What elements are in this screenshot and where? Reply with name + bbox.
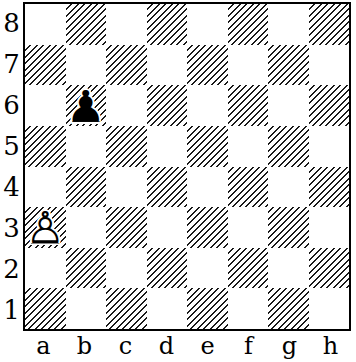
square-a8[interactable] xyxy=(25,4,66,45)
rank-label-3: 3 xyxy=(0,208,23,249)
square-a4[interactable] xyxy=(25,167,66,208)
file-label-e: e xyxy=(187,330,228,362)
square-g7[interactable] xyxy=(268,45,309,86)
square-h7[interactable] xyxy=(309,45,350,86)
square-g8[interactable] xyxy=(268,4,309,45)
square-g4[interactable] xyxy=(268,167,309,208)
square-f6[interactable] xyxy=(228,85,269,126)
square-g1[interactable] xyxy=(268,288,309,329)
square-b4[interactable] xyxy=(66,167,107,208)
square-b1[interactable] xyxy=(66,288,107,329)
square-h4[interactable] xyxy=(309,167,350,208)
square-c1[interactable] xyxy=(106,288,147,329)
chess-diagram: 87654321 ♟♟♟♙ abcdefgh xyxy=(0,0,356,362)
square-a2[interactable] xyxy=(25,248,66,289)
rank-label-6: 6 xyxy=(0,84,23,125)
square-d3[interactable] xyxy=(147,207,188,248)
rank-label-5: 5 xyxy=(0,125,23,166)
square-d6[interactable] xyxy=(147,85,188,126)
square-b6[interactable]: ♟♟ xyxy=(66,85,107,126)
square-b8[interactable] xyxy=(66,4,107,45)
square-c4[interactable] xyxy=(106,167,147,208)
white-pawn-icon: ♙ xyxy=(26,206,65,250)
square-a5[interactable] xyxy=(25,126,66,167)
square-f3[interactable] xyxy=(228,207,269,248)
square-h1[interactable] xyxy=(309,288,350,329)
square-b2[interactable] xyxy=(66,248,107,289)
square-a7[interactable] xyxy=(25,45,66,86)
square-g5[interactable] xyxy=(268,126,309,167)
rank-label-1: 1 xyxy=(0,290,23,331)
square-d5[interactable] xyxy=(147,126,188,167)
square-e1[interactable] xyxy=(187,288,228,329)
file-labels: abcdefgh xyxy=(23,330,351,362)
square-d2[interactable] xyxy=(147,248,188,289)
square-e2[interactable] xyxy=(187,248,228,289)
white-pawn-a3[interactable]: ♟♙ xyxy=(25,207,66,248)
square-d8[interactable] xyxy=(147,4,188,45)
square-e5[interactable] xyxy=(187,126,228,167)
square-e4[interactable] xyxy=(187,167,228,208)
file-label-f: f xyxy=(228,330,269,362)
file-label-g: g xyxy=(269,330,310,362)
square-d7[interactable] xyxy=(147,45,188,86)
square-f5[interactable] xyxy=(228,126,269,167)
square-d1[interactable] xyxy=(147,288,188,329)
square-e7[interactable] xyxy=(187,45,228,86)
square-b7[interactable] xyxy=(66,45,107,86)
black-pawn-icon: ♟ xyxy=(66,85,105,129)
file-label-c: c xyxy=(105,330,146,362)
rank-label-7: 7 xyxy=(0,43,23,84)
square-f4[interactable] xyxy=(228,167,269,208)
black-pawn-b6[interactable]: ♟♟ xyxy=(66,85,107,126)
file-label-h: h xyxy=(310,330,351,362)
square-c6[interactable] xyxy=(106,85,147,126)
square-c5[interactable] xyxy=(106,126,147,167)
square-g3[interactable] xyxy=(268,207,309,248)
file-label-a: a xyxy=(23,330,64,362)
square-h6[interactable] xyxy=(309,85,350,126)
rank-label-2: 2 xyxy=(0,249,23,290)
square-c7[interactable] xyxy=(106,45,147,86)
square-e6[interactable] xyxy=(187,85,228,126)
square-f7[interactable] xyxy=(228,45,269,86)
file-label-d: d xyxy=(146,330,187,362)
file-label-b: b xyxy=(64,330,105,362)
board: ♟♟♟♙ xyxy=(23,2,351,331)
square-e3[interactable] xyxy=(187,207,228,248)
square-c2[interactable] xyxy=(106,248,147,289)
square-a1[interactable] xyxy=(25,288,66,329)
square-a6[interactable] xyxy=(25,85,66,126)
square-c8[interactable] xyxy=(106,4,147,45)
square-d4[interactable] xyxy=(147,167,188,208)
square-b5[interactable] xyxy=(66,126,107,167)
square-h8[interactable] xyxy=(309,4,350,45)
square-h2[interactable] xyxy=(309,248,350,289)
square-f1[interactable] xyxy=(228,288,269,329)
square-g2[interactable] xyxy=(268,248,309,289)
square-h3[interactable] xyxy=(309,207,350,248)
square-g6[interactable] xyxy=(268,85,309,126)
piece-dotted-baseline xyxy=(72,121,99,122)
square-f8[interactable] xyxy=(228,4,269,45)
piece-dotted-baseline xyxy=(32,243,59,244)
square-b3[interactable] xyxy=(66,207,107,248)
rank-labels: 87654321 xyxy=(0,2,23,331)
rank-label-4: 4 xyxy=(0,167,23,208)
square-e8[interactable] xyxy=(187,4,228,45)
rank-label-8: 8 xyxy=(0,2,23,43)
square-a3[interactable]: ♟♙ xyxy=(25,207,66,248)
square-h5[interactable] xyxy=(309,126,350,167)
square-f2[interactable] xyxy=(228,248,269,289)
square-c3[interactable] xyxy=(106,207,147,248)
